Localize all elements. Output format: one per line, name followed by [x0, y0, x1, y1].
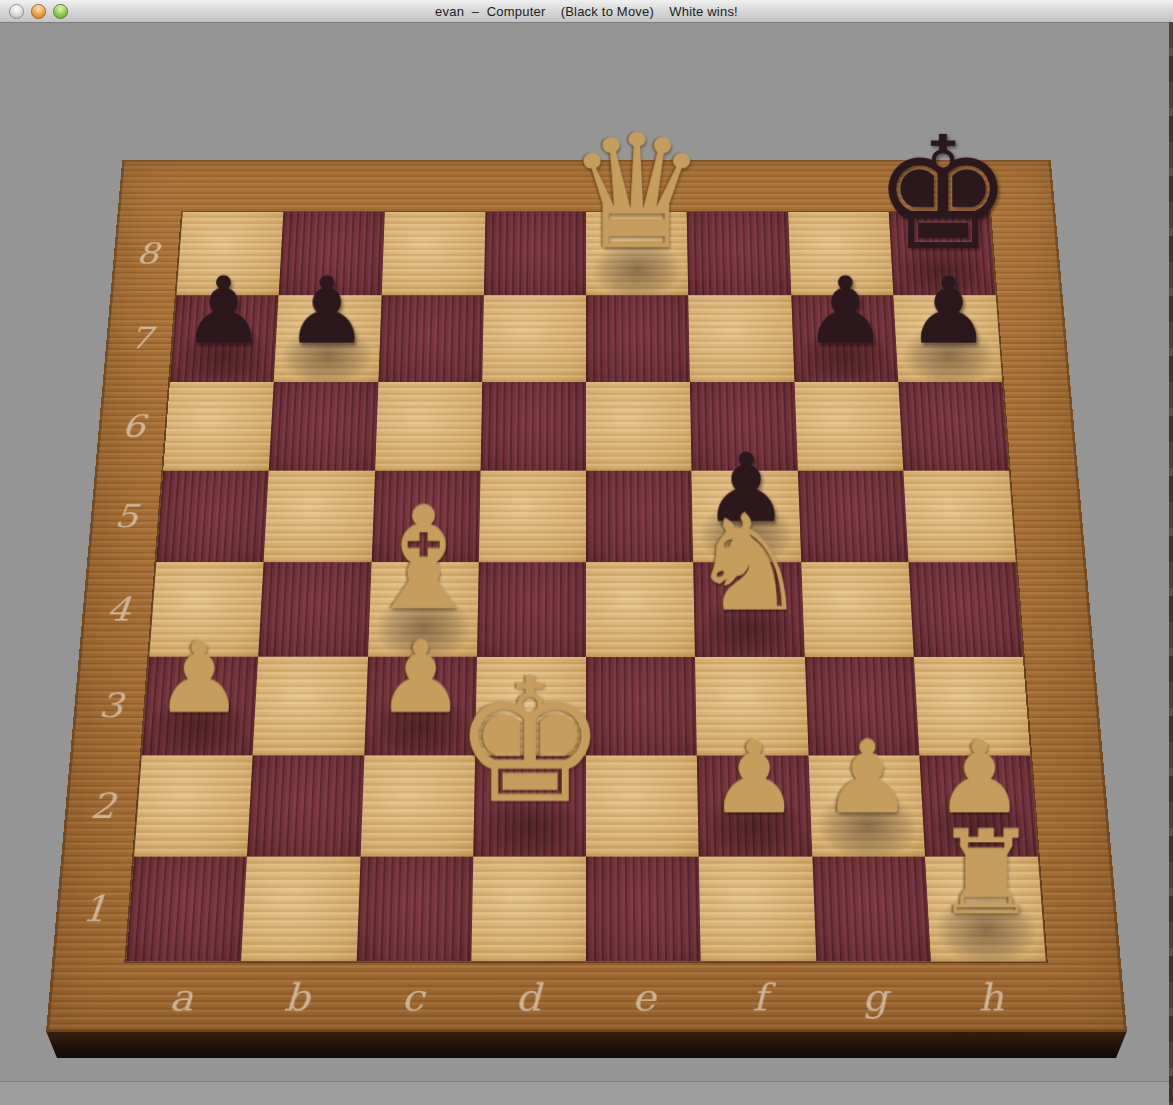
- black-pawn-a7[interactable]: ♟: [182, 265, 265, 358]
- file-label-b: b: [237, 962, 356, 1032]
- square-a6[interactable]: [163, 382, 274, 471]
- white-knight-f4[interactable]: ♞: [690, 497, 809, 630]
- board-squares: ♛♛♚♚♟♟♟♟♟♟♟♟♟♟♝♝♞♞♟♟♟♟♚♚♟♟♟♟♟♟♜♜: [126, 212, 1045, 961]
- square-b7[interactable]: ♟♟: [274, 296, 381, 382]
- square-d5[interactable]: [479, 470, 586, 562]
- window-right-edge: [1169, 22, 1173, 1105]
- square-g7[interactable]: ♟♟: [791, 296, 898, 382]
- square-f7[interactable]: [688, 296, 794, 382]
- black-king-h8[interactable]: ♚: [873, 116, 1013, 272]
- square-b6[interactable]: [269, 382, 378, 471]
- square-h4[interactable]: [908, 562, 1023, 657]
- square-a1[interactable]: [126, 856, 247, 961]
- square-g1[interactable]: [812, 856, 931, 961]
- square-d2[interactable]: ♚♚: [473, 755, 586, 856]
- black-pawn-g7[interactable]: ♟: [803, 265, 886, 358]
- square-h6[interactable]: [898, 382, 1009, 471]
- file-labels: abcdefgh: [121, 962, 1051, 1032]
- white-pawn-f2[interactable]: ♟: [710, 727, 800, 828]
- square-a2[interactable]: [134, 755, 253, 856]
- square-c1[interactable]: [356, 856, 473, 961]
- rank-label-3: 3: [72, 657, 149, 755]
- square-h1[interactable]: ♜♜: [925, 856, 1046, 961]
- square-d7[interactable]: [482, 296, 586, 382]
- rank-label-4: 4: [81, 562, 157, 657]
- square-h5[interactable]: [903, 470, 1016, 562]
- white-rook-h1[interactable]: ♜: [934, 816, 1038, 932]
- rank-label-7: 7: [105, 296, 177, 382]
- square-g2[interactable]: ♟♟: [808, 755, 925, 856]
- rank-label-6: 6: [97, 382, 170, 471]
- square-c7[interactable]: [378, 296, 484, 382]
- black-pawn-h7[interactable]: ♟: [907, 265, 990, 358]
- square-h7[interactable]: ♟♟: [893, 296, 1002, 382]
- file-label-d: d: [470, 962, 586, 1032]
- square-b3[interactable]: [253, 657, 368, 755]
- square-f1[interactable]: [699, 856, 816, 961]
- square-f4[interactable]: ♞♞: [693, 562, 804, 657]
- white-bishop-c4[interactable]: ♝: [359, 488, 486, 630]
- square-a3[interactable]: ♟♟: [142, 657, 259, 755]
- square-d6[interactable]: [480, 382, 586, 471]
- white-pawn-a3[interactable]: ♟: [155, 628, 244, 727]
- zoom-button[interactable]: [53, 4, 68, 19]
- close-button[interactable]: [9, 4, 24, 19]
- file-label-c: c: [354, 962, 472, 1032]
- white-queen-e8[interactable]: ♛: [566, 114, 708, 272]
- square-e8[interactable]: ♛♛: [586, 212, 688, 295]
- square-c6[interactable]: [375, 382, 482, 471]
- window-title: evan – Computer (Black to Move) White wi…: [0, 4, 1173, 19]
- window-bottom-strip: [0, 1081, 1173, 1105]
- white-pawn-g2[interactable]: ♟: [822, 727, 912, 828]
- file-label-f: f: [701, 962, 819, 1032]
- black-pawn-b7[interactable]: ♟: [286, 265, 369, 358]
- square-b1[interactable]: [241, 856, 360, 961]
- square-c8[interactable]: [381, 212, 485, 295]
- white-king-d2[interactable]: ♚: [453, 656, 607, 828]
- minimize-button[interactable]: [31, 4, 46, 19]
- square-f2[interactable]: ♟♟: [697, 755, 812, 856]
- traffic-light-buttons: [9, 4, 68, 19]
- white-pawn-c3[interactable]: ♟: [376, 628, 465, 727]
- square-b4[interactable]: [258, 562, 371, 657]
- square-b5[interactable]: [264, 470, 375, 562]
- rank-label-1: 1: [54, 856, 134, 961]
- square-e1[interactable]: [586, 856, 701, 961]
- square-d1[interactable]: [471, 856, 586, 961]
- chess-board: 87654321 abcdefgh ♛♛♚♚♟♟♟♟♟♟♟♟♟♟♝♝♞♞♟♟♟♟…: [46, 160, 1127, 1032]
- square-g4[interactable]: [801, 562, 914, 657]
- rank-label-5: 5: [89, 470, 163, 562]
- square-g6[interactable]: [794, 382, 903, 471]
- rank-label-2: 2: [63, 755, 142, 856]
- file-label-a: a: [121, 962, 241, 1032]
- file-label-h: h: [931, 962, 1051, 1032]
- square-g5[interactable]: [797, 470, 908, 562]
- file-label-e: e: [586, 962, 702, 1032]
- square-e6[interactable]: [586, 382, 692, 471]
- square-e5[interactable]: [586, 470, 693, 562]
- square-a7[interactable]: ♟♟: [170, 296, 279, 382]
- rank-label-8: 8: [112, 212, 183, 295]
- square-b2[interactable]: [247, 755, 364, 856]
- window-titlebar: evan – Computer (Black to Move) White wi…: [0, 0, 1173, 23]
- chess-app-window: evan – Computer (Black to Move) White wi…: [0, 0, 1173, 1105]
- square-a5[interactable]: [156, 470, 269, 562]
- square-e7[interactable]: [586, 296, 690, 382]
- file-label-g: g: [816, 962, 935, 1032]
